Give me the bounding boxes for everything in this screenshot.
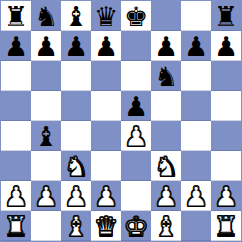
square-b7[interactable]: ♟: [31, 31, 61, 61]
square-e3[interactable]: [121, 151, 151, 181]
square-f4[interactable]: [151, 121, 181, 151]
square-c5[interactable]: [61, 91, 91, 121]
white-pawn-c2[interactable]: ♟: [61, 181, 91, 211]
white-knight-f3[interactable]: ♞: [151, 151, 181, 181]
black-knight-b8[interactable]: ♞: [31, 1, 61, 31]
square-a6[interactable]: [1, 61, 31, 91]
square-c8[interactable]: ♝: [61, 1, 91, 31]
square-d1[interactable]: ♛: [91, 211, 121, 241]
square-a3[interactable]: [1, 151, 31, 181]
square-g7[interactable]: ♟: [181, 31, 211, 61]
black-pawn-c7[interactable]: ♟: [61, 31, 91, 61]
black-bishop-c8[interactable]: ♝: [61, 1, 91, 31]
square-a7[interactable]: ♟: [1, 31, 31, 61]
black-rook-a8[interactable]: ♜: [1, 1, 31, 31]
square-g4[interactable]: [181, 121, 211, 151]
square-d2[interactable]: ♟: [91, 181, 121, 211]
square-g2[interactable]: ♟: [181, 181, 211, 211]
square-a8[interactable]: ♜: [1, 1, 31, 31]
square-e8[interactable]: ♚: [121, 1, 151, 31]
white-bishop-c1[interactable]: ♝: [61, 211, 91, 241]
square-b3[interactable]: [31, 151, 61, 181]
square-a2[interactable]: ♟: [1, 181, 31, 211]
white-pawn-b2[interactable]: ♟: [31, 181, 61, 211]
square-e4[interactable]: ♟: [121, 121, 151, 151]
white-pawn-f2[interactable]: ♟: [151, 181, 181, 211]
square-f1[interactable]: ♝: [151, 211, 181, 241]
square-f2[interactable]: ♟: [151, 181, 181, 211]
black-pawn-d7[interactable]: ♟: [91, 31, 121, 61]
square-d8[interactable]: ♛: [91, 1, 121, 31]
square-g3[interactable]: [181, 151, 211, 181]
white-pawn-e4[interactable]: ♟: [121, 121, 151, 151]
square-g1[interactable]: [181, 211, 211, 241]
black-pawn-h7[interactable]: ♟: [211, 31, 241, 61]
square-e7[interactable]: [121, 31, 151, 61]
square-b5[interactable]: [31, 91, 61, 121]
white-rook-a1[interactable]: ♜: [1, 211, 31, 241]
square-f8[interactable]: [151, 1, 181, 31]
square-h7[interactable]: ♟: [211, 31, 241, 61]
black-pawn-b7[interactable]: ♟: [31, 31, 61, 61]
square-d7[interactable]: ♟: [91, 31, 121, 61]
black-king-e8[interactable]: ♚: [121, 1, 151, 31]
square-d6[interactable]: [91, 61, 121, 91]
square-h3[interactable]: [211, 151, 241, 181]
square-g8[interactable]: [181, 1, 211, 31]
white-knight-c3[interactable]: ♞: [61, 151, 91, 181]
square-c2[interactable]: ♟: [61, 181, 91, 211]
black-queen-d8[interactable]: ♛: [91, 1, 121, 31]
chess-board: ♜♞♝♛♚♜♟♟♟♟♟♟♟♞♟♝♟♞♞♟♟♟♟♟♟♟♜♝♛♚♝♜: [0, 0, 242, 242]
square-e1[interactable]: ♚: [121, 211, 151, 241]
square-a5[interactable]: [1, 91, 31, 121]
black-pawn-a7[interactable]: ♟: [1, 31, 31, 61]
black-bishop-b4[interactable]: ♝: [31, 121, 61, 151]
square-b6[interactable]: [31, 61, 61, 91]
square-c7[interactable]: ♟: [61, 31, 91, 61]
square-d5[interactable]: [91, 91, 121, 121]
white-king-e1[interactable]: ♚: [121, 211, 151, 241]
white-pawn-h2[interactable]: ♟: [211, 181, 241, 211]
square-f6[interactable]: ♞: [151, 61, 181, 91]
square-g6[interactable]: [181, 61, 211, 91]
square-c6[interactable]: [61, 61, 91, 91]
white-pawn-d2[interactable]: ♟: [91, 181, 121, 211]
square-b4[interactable]: ♝: [31, 121, 61, 151]
square-b1[interactable]: [31, 211, 61, 241]
square-h1[interactable]: ♜: [211, 211, 241, 241]
square-f7[interactable]: ♟: [151, 31, 181, 61]
black-knight-f6[interactable]: ♞: [151, 61, 181, 91]
square-b2[interactable]: ♟: [31, 181, 61, 211]
square-c3[interactable]: ♞: [61, 151, 91, 181]
square-f3[interactable]: ♞: [151, 151, 181, 181]
square-d3[interactable]: [91, 151, 121, 181]
square-h2[interactable]: ♟: [211, 181, 241, 211]
white-bishop-f1[interactable]: ♝: [151, 211, 181, 241]
square-g5[interactable]: [181, 91, 211, 121]
square-a4[interactable]: [1, 121, 31, 151]
black-pawn-e5[interactable]: ♟: [121, 91, 151, 121]
square-f5[interactable]: [151, 91, 181, 121]
black-pawn-g7[interactable]: ♟: [181, 31, 211, 61]
white-pawn-g2[interactable]: ♟: [181, 181, 211, 211]
black-pawn-f7[interactable]: ♟: [151, 31, 181, 61]
square-h5[interactable]: [211, 91, 241, 121]
square-c1[interactable]: ♝: [61, 211, 91, 241]
white-pawn-a2[interactable]: ♟: [1, 181, 31, 211]
square-a1[interactable]: ♜: [1, 211, 31, 241]
square-b8[interactable]: ♞: [31, 1, 61, 31]
white-queen-d1[interactable]: ♛: [91, 211, 121, 241]
square-e6[interactable]: [121, 61, 151, 91]
white-rook-h1[interactable]: ♜: [211, 211, 241, 241]
square-e5[interactable]: ♟: [121, 91, 151, 121]
square-h6[interactable]: [211, 61, 241, 91]
square-d4[interactable]: [91, 121, 121, 151]
square-c4[interactable]: [61, 121, 91, 151]
square-e2[interactable]: [121, 181, 151, 211]
square-h4[interactable]: [211, 121, 241, 151]
black-rook-h8[interactable]: ♜: [211, 1, 241, 31]
square-h8[interactable]: ♜: [211, 1, 241, 31]
